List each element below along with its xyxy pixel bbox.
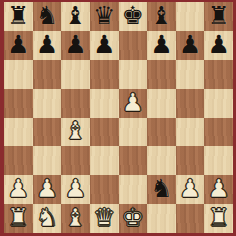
square-e5[interactable]: ♟ [119, 89, 148, 118]
square-b4[interactable] [33, 118, 62, 147]
square-g6[interactable] [176, 60, 205, 89]
black-pawn-icon[interactable]: ♟ [150, 32, 172, 57]
square-f6[interactable] [147, 60, 176, 89]
square-a7[interactable]: ♟ [4, 31, 33, 60]
square-h3[interactable] [204, 146, 233, 175]
black-pawn-icon[interactable]: ♟ [36, 32, 58, 57]
white-queen-icon[interactable]: ♛ [93, 205, 115, 230]
white-pawn-icon[interactable]: ♟ [36, 176, 58, 201]
square-f2[interactable]: ♞ [147, 175, 176, 204]
square-d3[interactable] [90, 146, 119, 175]
square-a6[interactable] [4, 60, 33, 89]
square-d5[interactable] [90, 89, 119, 118]
square-c3[interactable] [61, 146, 90, 175]
square-d7[interactable]: ♟ [90, 31, 119, 60]
square-e4[interactable] [119, 118, 148, 147]
square-g7[interactable]: ♟ [176, 31, 205, 60]
square-a2[interactable]: ♟ [4, 175, 33, 204]
square-e2[interactable] [119, 175, 148, 204]
square-b8[interactable]: ♞ [33, 2, 62, 31]
square-g4[interactable] [176, 118, 205, 147]
square-a8[interactable]: ♜ [4, 2, 33, 31]
square-e7[interactable] [119, 31, 148, 60]
white-pawn-icon[interactable]: ♟ [179, 176, 201, 201]
square-h7[interactable]: ♟ [204, 31, 233, 60]
white-pawn-icon[interactable]: ♟ [7, 176, 29, 201]
square-f4[interactable] [147, 118, 176, 147]
square-b3[interactable] [33, 146, 62, 175]
square-h4[interactable] [204, 118, 233, 147]
black-rook-icon[interactable]: ♜ [7, 3, 29, 28]
square-e1[interactable]: ♚ [119, 204, 148, 233]
square-a1[interactable]: ♜ [4, 204, 33, 233]
board-frame: ♜♞♝♛♚♝♜♟♟♟♟♟♟♟♟♝♟♟♟♞♟♟♜♞♝♛♚♜ [0, 0, 236, 236]
square-f7[interactable]: ♟ [147, 31, 176, 60]
white-bishop-icon[interactable]: ♝ [64, 205, 86, 230]
square-d6[interactable] [90, 60, 119, 89]
black-knight-icon[interactable]: ♞ [150, 176, 172, 201]
square-e6[interactable] [119, 60, 148, 89]
square-g5[interactable] [176, 89, 205, 118]
square-h2[interactable]: ♟ [204, 175, 233, 204]
square-b1[interactable]: ♞ [33, 204, 62, 233]
white-rook-icon[interactable]: ♜ [7, 205, 29, 230]
square-c4[interactable]: ♝ [61, 118, 90, 147]
white-pawn-icon[interactable]: ♟ [64, 176, 86, 201]
black-queen-icon[interactable]: ♛ [93, 3, 115, 28]
black-pawn-icon[interactable]: ♟ [64, 32, 86, 57]
black-king-icon[interactable]: ♚ [122, 3, 144, 28]
square-h6[interactable] [204, 60, 233, 89]
square-e8[interactable]: ♚ [119, 2, 148, 31]
square-d1[interactable]: ♛ [90, 204, 119, 233]
square-f3[interactable] [147, 146, 176, 175]
square-a5[interactable] [4, 89, 33, 118]
white-knight-icon[interactable]: ♞ [36, 205, 58, 230]
black-pawn-icon[interactable]: ♟ [207, 32, 229, 57]
black-pawn-icon[interactable]: ♟ [93, 32, 115, 57]
white-bishop-icon[interactable]: ♝ [64, 118, 86, 143]
square-a4[interactable] [4, 118, 33, 147]
white-rook-icon[interactable]: ♜ [207, 205, 229, 230]
square-b7[interactable]: ♟ [33, 31, 62, 60]
square-g1[interactable] [176, 204, 205, 233]
square-e3[interactable] [119, 146, 148, 175]
square-d4[interactable] [90, 118, 119, 147]
white-pawn-icon[interactable]: ♟ [207, 176, 229, 201]
square-d2[interactable] [90, 175, 119, 204]
black-pawn-icon[interactable]: ♟ [7, 32, 29, 57]
square-c8[interactable]: ♝ [61, 2, 90, 31]
square-f8[interactable]: ♝ [147, 2, 176, 31]
square-g2[interactable]: ♟ [176, 175, 205, 204]
black-knight-icon[interactable]: ♞ [36, 3, 58, 28]
square-b2[interactable]: ♟ [33, 175, 62, 204]
chess-board: ♜♞♝♛♚♝♜♟♟♟♟♟♟♟♟♝♟♟♟♞♟♟♜♞♝♛♚♜ [4, 2, 233, 233]
square-f5[interactable] [147, 89, 176, 118]
square-h8[interactable]: ♜ [204, 2, 233, 31]
black-bishop-icon[interactable]: ♝ [64, 3, 86, 28]
square-f1[interactable] [147, 204, 176, 233]
square-c2[interactable]: ♟ [61, 175, 90, 204]
black-bishop-icon[interactable]: ♝ [150, 3, 172, 28]
square-g8[interactable] [176, 2, 205, 31]
square-g3[interactable] [176, 146, 205, 175]
square-c7[interactable]: ♟ [61, 31, 90, 60]
square-a3[interactable] [4, 146, 33, 175]
square-c5[interactable] [61, 89, 90, 118]
black-pawn-icon[interactable]: ♟ [179, 32, 201, 57]
square-d8[interactable]: ♛ [90, 2, 119, 31]
square-c1[interactable]: ♝ [61, 204, 90, 233]
square-h1[interactable]: ♜ [204, 204, 233, 233]
black-rook-icon[interactable]: ♜ [207, 3, 229, 28]
square-h5[interactable] [204, 89, 233, 118]
white-pawn-icon[interactable]: ♟ [122, 90, 144, 115]
square-b6[interactable] [33, 60, 62, 89]
square-c6[interactable] [61, 60, 90, 89]
square-b5[interactable] [33, 89, 62, 118]
white-king-icon[interactable]: ♚ [122, 205, 144, 230]
